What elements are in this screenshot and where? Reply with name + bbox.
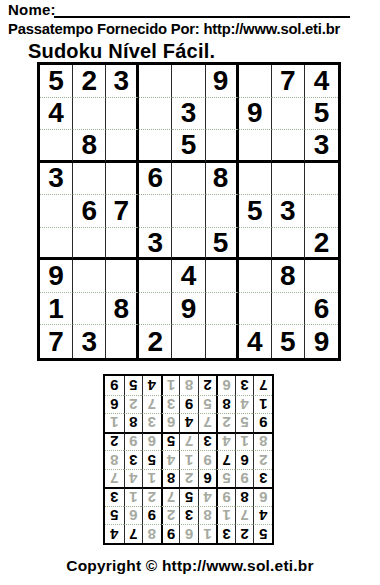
solution-cell-r9c1: 7 xyxy=(253,376,272,395)
solution-cell-r7c8: 8 xyxy=(124,413,143,432)
solution-cell-r4c2: 9 xyxy=(235,469,254,488)
solution-cell-r4c8: 4 xyxy=(124,469,143,488)
solution-cell-r2c4: 8 xyxy=(198,506,217,525)
solution-cell-r1c4: 1 xyxy=(198,524,217,543)
puzzle-cell-r5c2: 6 xyxy=(73,195,106,228)
puzzle-cell-r3c2: 8 xyxy=(73,130,106,163)
solution-cell-r5c7: 5 xyxy=(142,450,161,469)
solution-cell-r7c5: 4 xyxy=(179,413,198,432)
solution-cell-r3c1: 6 xyxy=(253,487,272,506)
puzzle-cell-r7c8: 8 xyxy=(272,260,305,293)
solution-cell-r6c6: 5 xyxy=(161,432,180,451)
sudoku-solution-board-rotated: 5231698744718329656894572133956281472679… xyxy=(103,374,274,545)
puzzle-cell-r2c1: 4 xyxy=(40,98,73,131)
solution-cell-r2c2: 7 xyxy=(235,506,254,525)
solution-cell-r8c3: 8 xyxy=(216,395,235,414)
puzzle-cell-r8c8[interactable] xyxy=(272,293,305,326)
puzzle-cell-r9c7: 4 xyxy=(239,325,272,358)
solution-cell-r1c1: 5 xyxy=(253,524,272,543)
solution-cell-r5c8: 3 xyxy=(124,450,143,469)
solution-cell-r6c4: 3 xyxy=(198,432,217,451)
puzzle-cell-r5c6[interactable] xyxy=(206,195,239,228)
puzzle-cell-r7c5: 4 xyxy=(172,260,205,293)
puzzle-cell-r7c4[interactable] xyxy=(139,260,172,293)
solution-cell-r4c1: 3 xyxy=(253,469,272,488)
puzzle-cell-r6c1[interactable] xyxy=(40,228,73,261)
solution-cell-r7c9: 1 xyxy=(105,413,124,432)
puzzle-cell-r6c7[interactable] xyxy=(239,228,272,261)
solution-cell-r3c9: 3 xyxy=(105,487,124,506)
solution-cell-r1c9: 4 xyxy=(105,524,124,543)
puzzle-cell-r2c8[interactable] xyxy=(272,98,305,131)
puzzle-cell-r6c3[interactable] xyxy=(106,228,139,261)
puzzle-cell-r5c7: 5 xyxy=(239,195,272,228)
puzzle-cell-r9c4: 2 xyxy=(139,325,172,358)
puzzle-cell-r2c4[interactable] xyxy=(139,98,172,131)
puzzle-cell-r9c1: 7 xyxy=(40,325,73,358)
puzzle-cell-r6c4: 3 xyxy=(139,228,172,261)
solution-cell-r3c7: 2 xyxy=(142,487,161,506)
solution-cell-r4c7: 1 xyxy=(142,469,161,488)
solution-cell-r2c9: 5 xyxy=(105,506,124,525)
solution-cell-r6c2: 1 xyxy=(235,432,254,451)
puzzle-cell-r7c6[interactable] xyxy=(206,260,239,293)
solution-cell-r8c5: 9 xyxy=(179,395,198,414)
solution-cell-r9c7: 4 xyxy=(142,376,161,395)
puzzle-cell-r4c1: 3 xyxy=(40,163,73,196)
puzzle-cell-r9c8: 5 xyxy=(272,325,305,358)
puzzle-cell-r1c4[interactable] xyxy=(139,65,172,98)
puzzle-cell-r5c3: 7 xyxy=(106,195,139,228)
solution-cell-r7c7: 3 xyxy=(142,413,161,432)
solution-cell-r2c8: 6 xyxy=(124,506,143,525)
puzzle-cell-r4c6: 8 xyxy=(206,163,239,196)
solution-cell-r1c3: 3 xyxy=(216,524,235,543)
puzzle-cell-r6c9: 2 xyxy=(305,228,338,261)
puzzle-cell-r8c7[interactable] xyxy=(239,293,272,326)
puzzle-cell-r2c5: 3 xyxy=(172,98,205,131)
provided-by-text: Passatempo Fornecido Por: http://www.sol… xyxy=(8,21,340,37)
puzzle-cell-r1c1: 5 xyxy=(40,65,73,98)
solution-cell-r8c6: 3 xyxy=(161,395,180,414)
puzzle-cell-r2c6[interactable] xyxy=(206,98,239,131)
puzzle-cell-r7c2[interactable] xyxy=(73,260,106,293)
puzzle-cell-r1c2: 2 xyxy=(73,65,106,98)
copyright-text: Copyright © http://www.sol.eti.br xyxy=(0,557,380,575)
solution-cell-r9c4: 2 xyxy=(198,376,217,395)
solution-cell-r3c3: 9 xyxy=(216,487,235,506)
solution-cell-r3c2: 8 xyxy=(235,487,254,506)
puzzle-cell-r8c9: 6 xyxy=(305,293,338,326)
solution-cell-r2c3: 1 xyxy=(216,506,235,525)
puzzle-cell-r9c6[interactable] xyxy=(206,325,239,358)
solution-cell-r5c5: 1 xyxy=(179,450,198,469)
solution-cell-r3c6: 7 xyxy=(161,487,180,506)
puzzle-cell-r2c7: 9 xyxy=(239,98,272,131)
puzzle-cell-r6c2[interactable] xyxy=(73,228,106,261)
puzzle-cell-r5c1[interactable] xyxy=(40,195,73,228)
solution-cell-r9c8: 5 xyxy=(124,376,143,395)
puzzle-cell-r7c3[interactable] xyxy=(106,260,139,293)
solution-cell-r7c4: 7 xyxy=(198,413,217,432)
puzzle-cell-r8c2[interactable] xyxy=(73,293,106,326)
puzzle-cell-r5c9[interactable] xyxy=(305,195,338,228)
name-blank-line xyxy=(54,16,350,18)
solution-cell-r3c5: 5 xyxy=(179,487,198,506)
puzzle-cell-r4c9[interactable] xyxy=(305,163,338,196)
puzzle-cell-r1c7[interactable] xyxy=(239,65,272,98)
solution-cell-r1c6: 9 xyxy=(161,524,180,543)
puzzle-cell-r2c3[interactable] xyxy=(106,98,139,131)
solution-cell-r8c7: 7 xyxy=(142,395,161,414)
puzzle-cell-r3c4[interactable] xyxy=(139,130,172,163)
solution-cell-r2c6: 2 xyxy=(161,506,180,525)
puzzle-cell-r3c8[interactable] xyxy=(272,130,305,163)
solution-cell-r1c2: 2 xyxy=(235,524,254,543)
solution-cell-r6c9: 2 xyxy=(105,432,124,451)
solution-cell-r8c9: 6 xyxy=(105,395,124,414)
solution-cell-r7c6: 6 xyxy=(161,413,180,432)
solution-cell-r4c5: 2 xyxy=(179,469,198,488)
solution-cell-r6c1: 8 xyxy=(253,432,272,451)
puzzle-cell-r8c1: 1 xyxy=(40,293,73,326)
name-label: Nome: xyxy=(8,1,56,18)
solution-cell-r3c8: 1 xyxy=(124,487,143,506)
puzzle-cell-r9c5[interactable] xyxy=(172,325,205,358)
solution-cell-r8c1: 1 xyxy=(253,395,272,414)
solution-cell-r6c3: 4 xyxy=(216,432,235,451)
solution-cell-r4c3: 5 xyxy=(216,469,235,488)
solution-cell-r8c4: 5 xyxy=(198,395,217,414)
solution-cell-r4c6: 8 xyxy=(161,469,180,488)
puzzle-cell-r7c1: 9 xyxy=(40,260,73,293)
puzzle-cell-r4c3[interactable] xyxy=(106,163,139,196)
solution-cell-r2c1: 4 xyxy=(253,506,272,525)
solution-cell-r9c5: 8 xyxy=(179,376,198,395)
puzzle-cell-r6c8[interactable] xyxy=(272,228,305,261)
puzzle-cell-r4c4: 6 xyxy=(139,163,172,196)
puzzle-cell-r3c1[interactable] xyxy=(40,130,73,163)
puzzle-cell-r1c9: 4 xyxy=(305,65,338,98)
puzzle-cell-r8c5: 9 xyxy=(172,293,205,326)
puzzle-cell-r5c5[interactable] xyxy=(172,195,205,228)
puzzle-cell-r1c6: 9 xyxy=(206,65,239,98)
puzzle-cell-r1c3: 3 xyxy=(106,65,139,98)
solution-cell-r1c5: 6 xyxy=(179,524,198,543)
solution-cell-r9c3: 6 xyxy=(216,376,235,395)
solution-cell-r5c3: 7 xyxy=(216,450,235,469)
solution-cell-r5c9: 8 xyxy=(105,450,124,469)
solution-cell-r8c2: 4 xyxy=(235,395,254,414)
solution-cell-r6c8: 9 xyxy=(124,432,143,451)
puzzle-cell-r3c5: 5 xyxy=(172,130,205,163)
puzzle-cell-r4c2[interactable] xyxy=(73,163,106,196)
puzzle-cell-r7c9[interactable] xyxy=(305,260,338,293)
puzzle-cell-r3c9: 3 xyxy=(305,130,338,163)
sudoku-board: 523974439585336867533529481896732459 xyxy=(37,62,341,361)
puzzle-cell-r4c8[interactable] xyxy=(272,163,305,196)
solution-cell-r4c9: 7 xyxy=(105,469,124,488)
puzzle-cell-r3c3[interactable] xyxy=(106,130,139,163)
solution-cell-r8c8: 2 xyxy=(124,395,143,414)
solution-cell-r9c2: 3 xyxy=(235,376,254,395)
puzzle-cell-r1c8: 7 xyxy=(272,65,305,98)
puzzle-cell-r6c6: 5 xyxy=(206,228,239,261)
puzzle-cell-r3c6[interactable] xyxy=(206,130,239,163)
solution-cell-r7c1: 9 xyxy=(253,413,272,432)
solution-cell-r2c5: 3 xyxy=(179,506,198,525)
solution-cell-r1c7: 8 xyxy=(142,524,161,543)
puzzle-cell-r8c3: 8 xyxy=(106,293,139,326)
puzzle-cell-r3c7[interactable] xyxy=(239,130,272,163)
puzzle-cell-r2c2[interactable] xyxy=(73,98,106,131)
solution-cell-r7c3: 2 xyxy=(216,413,235,432)
solution-cell-r6c7: 6 xyxy=(142,432,161,451)
solution-cell-r4c4: 6 xyxy=(198,469,217,488)
solution-cell-r2c7: 9 xyxy=(142,506,161,525)
puzzle-cell-r5c8: 3 xyxy=(272,195,305,228)
puzzle-cell-r9c9: 9 xyxy=(305,325,338,358)
solution-cell-r6c5: 7 xyxy=(179,432,198,451)
puzzle-cell-r6c5[interactable] xyxy=(172,228,205,261)
puzzle-cell-r1c5[interactable] xyxy=(172,65,205,98)
solution-cell-r7c2: 5 xyxy=(235,413,254,432)
solution-cell-r5c1: 2 xyxy=(253,450,272,469)
puzzle-cell-r8c6[interactable] xyxy=(206,293,239,326)
puzzle-cell-r8c4[interactable] xyxy=(139,293,172,326)
puzzle-cell-r5c4[interactable] xyxy=(139,195,172,228)
puzzle-cell-r4c7[interactable] xyxy=(239,163,272,196)
puzzle-cell-r4c5[interactable] xyxy=(172,163,205,196)
page-title: Sudoku Nível Fácil. xyxy=(28,40,215,63)
solution-cell-r5c4: 9 xyxy=(198,450,217,469)
solution-cell-r9c6: 1 xyxy=(161,376,180,395)
solution-cell-r1c8: 7 xyxy=(124,524,143,543)
solution-cell-r9c9: 9 xyxy=(105,376,124,395)
puzzle-cell-r9c2: 3 xyxy=(73,325,106,358)
solution-cell-r5c6: 4 xyxy=(161,450,180,469)
solution-cell-r3c4: 4 xyxy=(198,487,217,506)
solution-cell-r5c2: 6 xyxy=(235,450,254,469)
puzzle-cell-r9c3[interactable] xyxy=(106,325,139,358)
puzzle-cell-r7c7[interactable] xyxy=(239,260,272,293)
puzzle-cell-r2c9: 5 xyxy=(305,98,338,131)
